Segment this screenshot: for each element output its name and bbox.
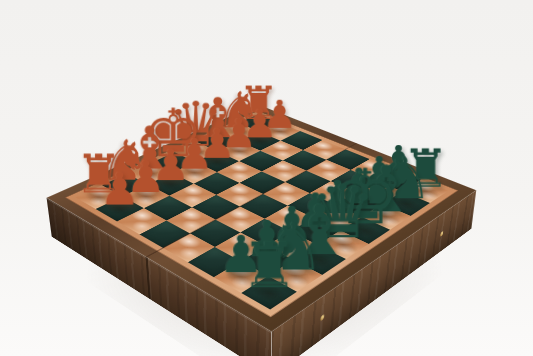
square-c4: [261, 161, 306, 183]
white-pawn-h2: ♟: [99, 166, 140, 211]
rook-glyph: ♜: [240, 233, 297, 296]
fold-seam: [145, 256, 150, 299]
brass-pin: [320, 314, 324, 321]
square-h2: ♟: [95, 196, 143, 221]
square-h8: ♜: [241, 276, 297, 309]
square-h4: [139, 221, 189, 248]
product-photo: Studio product photo of a folding walnut…: [0, 0, 533, 356]
scene-3d: ♜♟♟♜♞♟♟♞♝♟♟♝♛♟♟♚♚♟♟♛♝♟♟♝♞♟♟♞♜♟♟♜: [0, 0, 533, 356]
black-rook-h8: ♜: [240, 233, 297, 296]
pawn-glyph: ♟: [99, 166, 140, 211]
chess-box: ♜♟♟♜♞♟♟♞♝♟♟♝♛♟♟♚♚♟♟♛♝♟♟♝♞♟♟♞♜♟♟♜: [46, 104, 476, 332]
brass-pin: [440, 231, 443, 237]
square-h3: [117, 208, 166, 234]
